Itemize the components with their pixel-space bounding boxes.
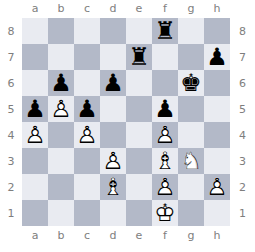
piece-glyph: ♙ xyxy=(154,174,176,200)
square-g3[interactable]: ♞♘ xyxy=(178,148,204,174)
file-label-d: d xyxy=(100,226,126,252)
white-pawn: ♟♙ xyxy=(22,122,48,148)
white-bishop: ♝♗ xyxy=(152,148,178,174)
square-b6[interactable]: ♟ xyxy=(48,70,74,96)
square-e3[interactable] xyxy=(126,148,152,174)
square-d7[interactable] xyxy=(100,44,126,70)
square-h5[interactable] xyxy=(204,96,230,122)
piece-glyph: ♙ xyxy=(24,122,46,148)
square-e5[interactable] xyxy=(126,96,152,122)
chess-board: ♜♜♟♟♟♚♟♟♙♟♟♟♙♟♙♟♙♟♙♝♗♞♘♝♗♟♙♟♙♚♔ xyxy=(22,18,230,226)
square-e8[interactable] xyxy=(126,18,152,44)
square-d6[interactable]: ♟ xyxy=(100,70,126,96)
black-pawn: ♟ xyxy=(48,70,74,96)
square-c4[interactable]: ♟♙ xyxy=(74,122,100,148)
square-f1[interactable]: ♚♔ xyxy=(152,200,178,226)
piece-glyph: ♟ xyxy=(102,70,124,96)
square-e6[interactable] xyxy=(126,70,152,96)
square-c5[interactable]: ♟ xyxy=(74,96,100,122)
file-label-g: g xyxy=(178,226,204,252)
piece-glyph: ♙ xyxy=(76,122,98,148)
file-label-d: d xyxy=(100,0,126,18)
file-label-h: h xyxy=(204,0,230,18)
file-label-h: h xyxy=(204,226,230,252)
chess-diagram: abcdefgh 87654321 ♜♜♟♟♟♚♟♟♙♟♟♟♙♟♙♟♙♟♙♝♗♞… xyxy=(0,0,255,252)
square-d4[interactable] xyxy=(100,122,126,148)
board-middle: 87654321 ♜♜♟♟♟♚♟♟♙♟♟♟♙♟♙♟♙♟♙♝♗♞♘♝♗♟♙♟♙♚♔… xyxy=(0,18,255,226)
square-b2[interactable] xyxy=(48,174,74,200)
piece-glyph: ♟ xyxy=(24,96,46,122)
square-c2[interactable] xyxy=(74,174,100,200)
rank-label-6: 6 xyxy=(230,70,255,96)
file-label-g: g xyxy=(178,0,204,18)
square-a8[interactable] xyxy=(22,18,48,44)
square-c3[interactable] xyxy=(74,148,100,174)
file-label-a: a xyxy=(22,226,48,252)
square-g1[interactable] xyxy=(178,200,204,226)
piece-glyph: ♔ xyxy=(154,200,176,226)
file-label-a: a xyxy=(22,0,48,18)
black-pawn: ♟ xyxy=(152,96,178,122)
square-c1[interactable] xyxy=(74,200,100,226)
square-e7[interactable]: ♜ xyxy=(126,44,152,70)
square-h3[interactable] xyxy=(204,148,230,174)
black-king: ♚ xyxy=(178,70,204,96)
rank-label-6: 6 xyxy=(0,70,22,96)
square-d1[interactable] xyxy=(100,200,126,226)
piece-glyph: ♜ xyxy=(154,18,176,44)
file-label-c: c xyxy=(74,0,100,18)
file-label-f: f xyxy=(152,0,178,18)
square-g4[interactable] xyxy=(178,122,204,148)
rank-label-1: 1 xyxy=(230,200,255,226)
square-f7[interactable] xyxy=(152,44,178,70)
rank-labels-right: 87654321 xyxy=(230,18,255,226)
black-pawn: ♟ xyxy=(100,70,126,96)
square-b5[interactable]: ♟♙ xyxy=(48,96,74,122)
square-e4[interactable] xyxy=(126,122,152,148)
file-label-b: b xyxy=(48,226,74,252)
square-c8[interactable] xyxy=(74,18,100,44)
white-knight: ♞♘ xyxy=(178,148,204,174)
square-b4[interactable] xyxy=(48,122,74,148)
file-labels-top: abcdefgh xyxy=(0,0,255,18)
square-d3[interactable]: ♟♙ xyxy=(100,148,126,174)
square-d8[interactable] xyxy=(100,18,126,44)
square-g6[interactable]: ♚ xyxy=(178,70,204,96)
piece-glyph: ♗ xyxy=(102,174,124,200)
square-h8[interactable] xyxy=(204,18,230,44)
square-b8[interactable] xyxy=(48,18,74,44)
square-c7[interactable] xyxy=(74,44,100,70)
file-label-e: e xyxy=(126,226,152,252)
square-a7[interactable] xyxy=(22,44,48,70)
square-b7[interactable] xyxy=(48,44,74,70)
white-pawn: ♟♙ xyxy=(48,96,74,122)
piece-glyph: ♘ xyxy=(180,148,202,174)
piece-glyph: ♟ xyxy=(76,96,98,122)
piece-glyph: ♙ xyxy=(206,174,228,200)
piece-glyph: ♙ xyxy=(102,148,124,174)
piece-glyph: ♙ xyxy=(154,122,176,148)
white-pawn: ♟♙ xyxy=(152,122,178,148)
square-h6[interactable] xyxy=(204,70,230,96)
rank-label-7: 7 xyxy=(230,44,255,70)
square-h2[interactable]: ♟♙ xyxy=(204,174,230,200)
file-label-f: f xyxy=(152,226,178,252)
black-rook: ♜ xyxy=(126,44,152,70)
black-pawn: ♟ xyxy=(204,44,230,70)
white-pawn: ♟♙ xyxy=(74,122,100,148)
square-b3[interactable] xyxy=(48,148,74,174)
rank-labels-left: 87654321 xyxy=(0,18,22,226)
square-b1[interactable] xyxy=(48,200,74,226)
black-rook: ♜ xyxy=(152,18,178,44)
black-pawn: ♟ xyxy=(74,96,100,122)
rank-label-5: 5 xyxy=(230,96,255,122)
rank-label-1: 1 xyxy=(0,200,22,226)
file-label-c: c xyxy=(74,226,100,252)
square-d2[interactable]: ♝♗ xyxy=(100,174,126,200)
rank-label-8: 8 xyxy=(0,18,22,44)
square-f3[interactable]: ♝♗ xyxy=(152,148,178,174)
square-h1[interactable] xyxy=(204,200,230,226)
square-g2[interactable] xyxy=(178,174,204,200)
square-h4[interactable] xyxy=(204,122,230,148)
white-king: ♚♔ xyxy=(152,200,178,226)
rank-label-3: 3 xyxy=(0,148,22,174)
square-a4[interactable]: ♟♙ xyxy=(22,122,48,148)
square-g7[interactable] xyxy=(178,44,204,70)
square-a3[interactable] xyxy=(22,148,48,174)
rank-label-7: 7 xyxy=(0,44,22,70)
square-f6[interactable] xyxy=(152,70,178,96)
black-pawn: ♟ xyxy=(22,96,48,122)
piece-glyph: ♟ xyxy=(206,44,228,70)
rank-label-5: 5 xyxy=(0,96,22,122)
piece-glyph: ♙ xyxy=(50,96,72,122)
piece-glyph: ♗ xyxy=(154,148,176,174)
piece-glyph: ♟ xyxy=(50,70,72,96)
rank-label-8: 8 xyxy=(230,18,255,44)
square-a6[interactable] xyxy=(22,70,48,96)
square-a1[interactable] xyxy=(22,200,48,226)
file-label-e: e xyxy=(126,0,152,18)
file-labels-bottom: abcdefgh xyxy=(0,226,255,252)
white-pawn: ♟♙ xyxy=(100,148,126,174)
square-f5[interactable]: ♟ xyxy=(152,96,178,122)
rank-label-3: 3 xyxy=(230,148,255,174)
file-label-b: b xyxy=(48,0,74,18)
square-f8[interactable]: ♜ xyxy=(152,18,178,44)
rank-label-2: 2 xyxy=(0,174,22,200)
piece-glyph: ♜ xyxy=(128,44,150,70)
square-a5[interactable]: ♟ xyxy=(22,96,48,122)
white-pawn: ♟♙ xyxy=(204,174,230,200)
piece-glyph: ♟ xyxy=(154,96,176,122)
square-h7[interactable]: ♟ xyxy=(204,44,230,70)
square-f2[interactable]: ♟♙ xyxy=(152,174,178,200)
rank-label-2: 2 xyxy=(230,174,255,200)
square-d5[interactable] xyxy=(100,96,126,122)
square-g5[interactable] xyxy=(178,96,204,122)
square-c6[interactable] xyxy=(74,70,100,96)
piece-glyph: ♚ xyxy=(180,70,202,96)
white-bishop: ♝♗ xyxy=(100,174,126,200)
square-e1[interactable] xyxy=(126,200,152,226)
rank-label-4: 4 xyxy=(230,122,255,148)
rank-label-4: 4 xyxy=(0,122,22,148)
square-e2[interactable] xyxy=(126,174,152,200)
white-pawn: ♟♙ xyxy=(152,174,178,200)
square-f4[interactable]: ♟♙ xyxy=(152,122,178,148)
square-a2[interactable] xyxy=(22,174,48,200)
square-g8[interactable] xyxy=(178,18,204,44)
